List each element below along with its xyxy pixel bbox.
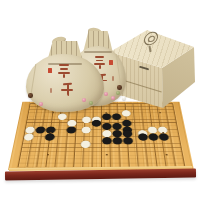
board-intersection: ●	[81, 118, 91, 121]
board-intersection: ●	[148, 134, 159, 138]
black-stone: ●	[112, 137, 123, 144]
floral-trim-dot	[82, 98, 86, 102]
board-intersection: ●	[66, 128, 77, 131]
board-intersection: ●	[91, 121, 101, 124]
red-seal-stamp	[109, 60, 113, 65]
yunzi-calligraphy-zi	[61, 83, 74, 98]
drawstring-bead	[117, 85, 122, 90]
white-stone: ●	[121, 110, 131, 116]
floral-trim-dot	[39, 102, 43, 106]
drawstring-bead	[28, 93, 33, 98]
stamp-inner-ring	[147, 35, 155, 42]
floral-trim-dot	[111, 96, 115, 100]
black-stone: ●	[91, 119, 101, 125]
black-stone: ●	[158, 133, 169, 139]
board-intersection: ●	[123, 138, 134, 142]
white-stone: ●	[23, 133, 35, 139]
floral-trim-dot	[116, 91, 120, 95]
black-stone: ●	[123, 137, 134, 144]
small-calligraphy-mark	[50, 88, 52, 93]
black-stone: ●	[111, 113, 121, 119]
board-intersection: ●	[35, 128, 46, 131]
black-stone: ●	[137, 133, 148, 139]
board-intersection: ●	[158, 134, 169, 138]
red-seal-stamp	[48, 68, 52, 73]
floral-trim-dot	[89, 101, 93, 105]
board-intersection: ●	[44, 134, 55, 138]
small-calligraphy-mark	[112, 76, 114, 81]
star-point	[166, 154, 168, 156]
black-stone: ●	[66, 126, 77, 132]
stone-bag-left	[26, 38, 104, 114]
board-intersection: ●	[112, 138, 123, 142]
board-intersection: ●	[111, 114, 121, 117]
board-intersection: ●	[23, 134, 34, 138]
board-intersection: ●	[102, 114, 112, 117]
drawstring-bead-white	[122, 96, 126, 100]
go-set-photo: ●●●●●●●●●●●●●●●●●●●●●●●●●●●●●●●●	[0, 0, 200, 200]
board-intersection: ●	[57, 114, 67, 117]
black-stone: ●	[44, 133, 55, 139]
yunzi-calligraphy-yun	[58, 64, 71, 78]
white-stone: ●	[81, 126, 92, 132]
star-point	[46, 154, 48, 156]
star-point	[159, 112, 161, 113]
white-stone: ●	[80, 140, 91, 147]
white-stone: ●	[81, 116, 91, 122]
star-point	[106, 154, 108, 156]
board-intersection: ●	[102, 138, 113, 142]
black-stone: ●	[102, 137, 113, 144]
board-intersection: ●	[80, 142, 91, 146]
board-intersection: ●	[137, 134, 148, 138]
board-intersection: ●	[121, 111, 131, 114]
board-intersection: ●	[81, 128, 91, 131]
floral-trim-dot	[104, 92, 108, 96]
